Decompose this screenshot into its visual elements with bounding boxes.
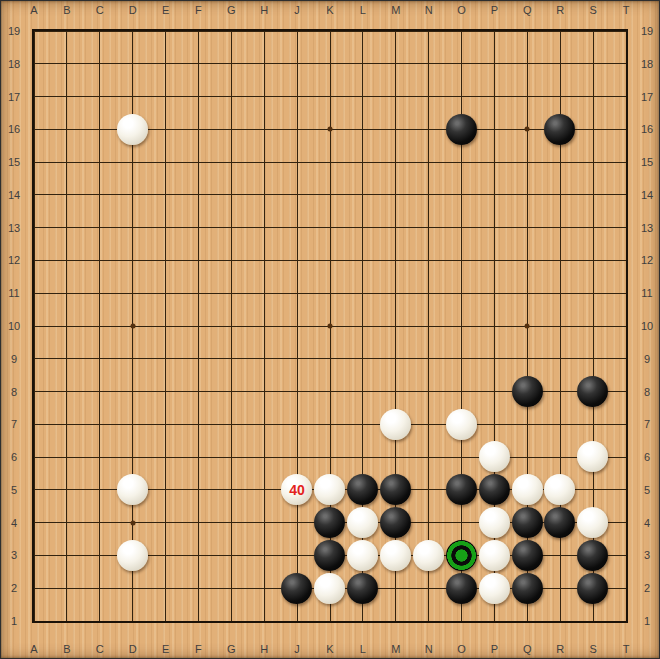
point-j19[interactable] bbox=[281, 15, 314, 48]
point-q17[interactable] bbox=[511, 80, 544, 113]
black-stone-s3[interactable] bbox=[577, 540, 608, 571]
point-k15[interactable] bbox=[313, 146, 346, 179]
point-n19[interactable] bbox=[412, 15, 445, 48]
point-g9[interactable] bbox=[215, 342, 248, 375]
point-g8[interactable] bbox=[215, 375, 248, 408]
point-d5[interactable] bbox=[116, 473, 149, 506]
point-e15[interactable] bbox=[149, 146, 182, 179]
point-o5[interactable] bbox=[445, 473, 478, 506]
point-f11[interactable] bbox=[182, 277, 215, 310]
point-n17[interactable] bbox=[412, 80, 445, 113]
point-h15[interactable] bbox=[248, 146, 281, 179]
point-g15[interactable] bbox=[215, 146, 248, 179]
point-b6[interactable] bbox=[50, 441, 83, 474]
point-l14[interactable] bbox=[346, 178, 379, 211]
point-l16[interactable] bbox=[346, 113, 379, 146]
white-stone-p3[interactable] bbox=[479, 540, 510, 571]
point-g13[interactable] bbox=[215, 211, 248, 244]
white-stone-s6[interactable] bbox=[577, 441, 608, 472]
point-d19[interactable] bbox=[116, 15, 149, 48]
point-k10[interactable] bbox=[313, 310, 346, 343]
point-s13[interactable] bbox=[576, 211, 609, 244]
point-c14[interactable] bbox=[83, 178, 116, 211]
point-k5[interactable] bbox=[313, 473, 346, 506]
point-g7[interactable] bbox=[215, 408, 248, 441]
point-m17[interactable] bbox=[379, 80, 412, 113]
point-g16[interactable] bbox=[215, 113, 248, 146]
point-n9[interactable] bbox=[412, 342, 445, 375]
point-h8[interactable] bbox=[248, 375, 281, 408]
point-h18[interactable] bbox=[248, 47, 281, 80]
point-p4[interactable] bbox=[478, 506, 511, 539]
point-o16[interactable] bbox=[445, 113, 478, 146]
point-t8[interactable] bbox=[609, 375, 642, 408]
point-m6[interactable] bbox=[379, 441, 412, 474]
white-stone-d3[interactable] bbox=[117, 540, 148, 571]
point-a19[interactable] bbox=[18, 15, 51, 48]
point-b19[interactable] bbox=[50, 15, 83, 48]
point-e18[interactable] bbox=[149, 47, 182, 80]
black-stone-s2[interactable] bbox=[577, 573, 608, 604]
point-s17[interactable] bbox=[576, 80, 609, 113]
point-a6[interactable] bbox=[18, 441, 51, 474]
point-k1[interactable] bbox=[313, 604, 346, 637]
point-h10[interactable] bbox=[248, 310, 281, 343]
point-q15[interactable] bbox=[511, 146, 544, 179]
point-q6[interactable] bbox=[511, 441, 544, 474]
point-p2[interactable] bbox=[478, 572, 511, 605]
point-q7[interactable] bbox=[511, 408, 544, 441]
point-g3[interactable] bbox=[215, 539, 248, 572]
point-p17[interactable] bbox=[478, 80, 511, 113]
point-b2[interactable] bbox=[50, 572, 83, 605]
point-p6[interactable] bbox=[478, 441, 511, 474]
black-stone-m4[interactable] bbox=[380, 507, 411, 538]
point-m5[interactable] bbox=[379, 473, 412, 506]
point-t13[interactable] bbox=[609, 211, 642, 244]
point-e2[interactable] bbox=[149, 572, 182, 605]
point-h2[interactable] bbox=[248, 572, 281, 605]
point-c16[interactable] bbox=[83, 113, 116, 146]
point-o10[interactable] bbox=[445, 310, 478, 343]
point-b16[interactable] bbox=[50, 113, 83, 146]
black-stone-s8[interactable] bbox=[577, 376, 608, 407]
point-p9[interactable] bbox=[478, 342, 511, 375]
black-stone-q4[interactable] bbox=[512, 507, 543, 538]
point-t2[interactable] bbox=[609, 572, 642, 605]
point-l15[interactable] bbox=[346, 146, 379, 179]
point-e16[interactable] bbox=[149, 113, 182, 146]
black-stone-q8[interactable] bbox=[512, 376, 543, 407]
point-j2[interactable] bbox=[281, 572, 314, 605]
point-g18[interactable] bbox=[215, 47, 248, 80]
white-stone-d5[interactable] bbox=[117, 474, 148, 505]
point-n1[interactable] bbox=[412, 604, 445, 637]
point-d17[interactable] bbox=[116, 80, 149, 113]
point-b15[interactable] bbox=[50, 146, 83, 179]
point-r6[interactable] bbox=[544, 441, 577, 474]
point-b10[interactable] bbox=[50, 310, 83, 343]
point-q11[interactable] bbox=[511, 277, 544, 310]
point-f17[interactable] bbox=[182, 80, 215, 113]
white-stone-p4[interactable] bbox=[479, 507, 510, 538]
point-k18[interactable] bbox=[313, 47, 346, 80]
point-d9[interactable] bbox=[116, 342, 149, 375]
point-s2[interactable] bbox=[576, 572, 609, 605]
point-t4[interactable] bbox=[609, 506, 642, 539]
point-j16[interactable] bbox=[281, 113, 314, 146]
point-d15[interactable] bbox=[116, 146, 149, 179]
point-a1[interactable] bbox=[18, 604, 51, 637]
point-j8[interactable] bbox=[281, 375, 314, 408]
point-n15[interactable] bbox=[412, 146, 445, 179]
point-c17[interactable] bbox=[83, 80, 116, 113]
point-c5[interactable] bbox=[83, 473, 116, 506]
point-a4[interactable] bbox=[18, 506, 51, 539]
point-c2[interactable] bbox=[83, 572, 116, 605]
point-k19[interactable] bbox=[313, 15, 346, 48]
point-a10[interactable] bbox=[18, 310, 51, 343]
point-t16[interactable] bbox=[609, 113, 642, 146]
point-b4[interactable] bbox=[50, 506, 83, 539]
point-d7[interactable] bbox=[116, 408, 149, 441]
point-a18[interactable] bbox=[18, 47, 51, 80]
point-t5[interactable] bbox=[609, 473, 642, 506]
point-t3[interactable] bbox=[609, 539, 642, 572]
point-l18[interactable] bbox=[346, 47, 379, 80]
white-stone-s4[interactable] bbox=[577, 507, 608, 538]
point-r17[interactable] bbox=[544, 80, 577, 113]
point-h13[interactable] bbox=[248, 211, 281, 244]
point-q8[interactable] bbox=[511, 375, 544, 408]
point-h11[interactable] bbox=[248, 277, 281, 310]
point-h12[interactable] bbox=[248, 244, 281, 277]
point-m19[interactable] bbox=[379, 15, 412, 48]
point-c3[interactable] bbox=[83, 539, 116, 572]
point-m12[interactable] bbox=[379, 244, 412, 277]
point-o18[interactable] bbox=[445, 47, 478, 80]
point-m9[interactable] bbox=[379, 342, 412, 375]
point-f3[interactable] bbox=[182, 539, 215, 572]
point-t11[interactable] bbox=[609, 277, 642, 310]
black-stone-q2[interactable] bbox=[512, 573, 543, 604]
white-stone-k5[interactable] bbox=[314, 474, 345, 505]
point-d12[interactable] bbox=[116, 244, 149, 277]
point-g2[interactable] bbox=[215, 572, 248, 605]
point-s19[interactable] bbox=[576, 15, 609, 48]
point-b14[interactable] bbox=[50, 178, 83, 211]
point-a11[interactable] bbox=[18, 277, 51, 310]
point-n3[interactable] bbox=[412, 539, 445, 572]
point-m7[interactable] bbox=[379, 408, 412, 441]
point-m1[interactable] bbox=[379, 604, 412, 637]
point-n2[interactable] bbox=[412, 572, 445, 605]
point-b17[interactable] bbox=[50, 80, 83, 113]
point-p11[interactable] bbox=[478, 277, 511, 310]
point-t6[interactable] bbox=[609, 441, 642, 474]
point-r19[interactable] bbox=[544, 15, 577, 48]
point-b3[interactable] bbox=[50, 539, 83, 572]
point-r15[interactable] bbox=[544, 146, 577, 179]
point-l7[interactable] bbox=[346, 408, 379, 441]
point-e12[interactable] bbox=[149, 244, 182, 277]
point-f13[interactable] bbox=[182, 211, 215, 244]
point-d4[interactable] bbox=[116, 506, 149, 539]
point-p5[interactable] bbox=[478, 473, 511, 506]
point-e19[interactable] bbox=[149, 15, 182, 48]
point-k14[interactable] bbox=[313, 178, 346, 211]
point-p8[interactable] bbox=[478, 375, 511, 408]
point-q3[interactable] bbox=[511, 539, 544, 572]
point-t10[interactable] bbox=[609, 310, 642, 343]
point-o15[interactable] bbox=[445, 146, 478, 179]
white-stone-p2[interactable] bbox=[479, 573, 510, 604]
black-stone-r4[interactable] bbox=[544, 507, 575, 538]
point-q5[interactable] bbox=[511, 473, 544, 506]
point-c6[interactable] bbox=[83, 441, 116, 474]
point-n6[interactable] bbox=[412, 441, 445, 474]
point-g19[interactable] bbox=[215, 15, 248, 48]
point-n5[interactable] bbox=[412, 473, 445, 506]
black-stone-m5[interactable] bbox=[380, 474, 411, 505]
point-h19[interactable] bbox=[248, 15, 281, 48]
point-o3[interactable] bbox=[445, 539, 478, 572]
point-m14[interactable] bbox=[379, 178, 412, 211]
point-s9[interactable] bbox=[576, 342, 609, 375]
white-stone-n3[interactable] bbox=[413, 540, 444, 571]
point-q16[interactable] bbox=[511, 113, 544, 146]
point-l9[interactable] bbox=[346, 342, 379, 375]
point-j15[interactable] bbox=[281, 146, 314, 179]
point-h14[interactable] bbox=[248, 178, 281, 211]
point-p10[interactable] bbox=[478, 310, 511, 343]
point-o19[interactable] bbox=[445, 15, 478, 48]
point-f14[interactable] bbox=[182, 178, 215, 211]
point-c9[interactable] bbox=[83, 342, 116, 375]
point-c8[interactable] bbox=[83, 375, 116, 408]
point-r14[interactable] bbox=[544, 178, 577, 211]
point-l19[interactable] bbox=[346, 15, 379, 48]
point-b12[interactable] bbox=[50, 244, 83, 277]
point-p3[interactable] bbox=[478, 539, 511, 572]
point-t19[interactable] bbox=[609, 15, 642, 48]
point-h16[interactable] bbox=[248, 113, 281, 146]
point-s6[interactable] bbox=[576, 441, 609, 474]
point-k17[interactable] bbox=[313, 80, 346, 113]
point-m15[interactable] bbox=[379, 146, 412, 179]
point-p7[interactable] bbox=[478, 408, 511, 441]
point-e5[interactable] bbox=[149, 473, 182, 506]
point-t14[interactable] bbox=[609, 178, 642, 211]
white-stone-d16[interactable] bbox=[117, 114, 148, 145]
white-stone-m7[interactable] bbox=[380, 409, 411, 440]
point-j10[interactable] bbox=[281, 310, 314, 343]
point-e13[interactable] bbox=[149, 211, 182, 244]
point-e8[interactable] bbox=[149, 375, 182, 408]
black-stone-k4[interactable] bbox=[314, 507, 345, 538]
point-a3[interactable] bbox=[18, 539, 51, 572]
point-j4[interactable] bbox=[281, 506, 314, 539]
black-stone-k3[interactable] bbox=[314, 540, 345, 571]
point-f18[interactable] bbox=[182, 47, 215, 80]
black-stone-o5[interactable] bbox=[446, 474, 477, 505]
point-m3[interactable] bbox=[379, 539, 412, 572]
point-j12[interactable] bbox=[281, 244, 314, 277]
point-d16[interactable] bbox=[116, 113, 149, 146]
point-g1[interactable] bbox=[215, 604, 248, 637]
point-s3[interactable] bbox=[576, 539, 609, 572]
point-e7[interactable] bbox=[149, 408, 182, 441]
point-f19[interactable] bbox=[182, 15, 215, 48]
point-q19[interactable] bbox=[511, 15, 544, 48]
point-s7[interactable] bbox=[576, 408, 609, 441]
point-h7[interactable] bbox=[248, 408, 281, 441]
point-b18[interactable] bbox=[50, 47, 83, 80]
point-f6[interactable] bbox=[182, 441, 215, 474]
point-k9[interactable] bbox=[313, 342, 346, 375]
point-s15[interactable] bbox=[576, 146, 609, 179]
black-stone-j2[interactable] bbox=[281, 573, 312, 604]
point-e14[interactable] bbox=[149, 178, 182, 211]
point-d2[interactable] bbox=[116, 572, 149, 605]
point-b8[interactable] bbox=[50, 375, 83, 408]
point-p1[interactable] bbox=[478, 604, 511, 637]
point-n16[interactable] bbox=[412, 113, 445, 146]
point-m16[interactable] bbox=[379, 113, 412, 146]
point-c19[interactable] bbox=[83, 15, 116, 48]
point-c15[interactable] bbox=[83, 146, 116, 179]
white-stone-r5[interactable] bbox=[544, 474, 575, 505]
point-j3[interactable] bbox=[281, 539, 314, 572]
point-a15[interactable] bbox=[18, 146, 51, 179]
point-r3[interactable] bbox=[544, 539, 577, 572]
point-a7[interactable] bbox=[18, 408, 51, 441]
point-e17[interactable] bbox=[149, 80, 182, 113]
black-stone-p5[interactable] bbox=[479, 474, 510, 505]
black-stone-l5[interactable] bbox=[347, 474, 378, 505]
point-j1[interactable] bbox=[281, 604, 314, 637]
point-q13[interactable] bbox=[511, 211, 544, 244]
point-k13[interactable] bbox=[313, 211, 346, 244]
point-k4[interactable] bbox=[313, 506, 346, 539]
black-stone-l2[interactable] bbox=[347, 573, 378, 604]
white-stone-l4[interactable] bbox=[347, 507, 378, 538]
point-m18[interactable] bbox=[379, 47, 412, 80]
point-f15[interactable] bbox=[182, 146, 215, 179]
point-o12[interactable] bbox=[445, 244, 478, 277]
point-g12[interactable] bbox=[215, 244, 248, 277]
point-n7[interactable] bbox=[412, 408, 445, 441]
point-r1[interactable] bbox=[544, 604, 577, 637]
point-l8[interactable] bbox=[346, 375, 379, 408]
point-b1[interactable] bbox=[50, 604, 83, 637]
point-m4[interactable] bbox=[379, 506, 412, 539]
point-d8[interactable] bbox=[116, 375, 149, 408]
point-n12[interactable] bbox=[412, 244, 445, 277]
point-b5[interactable] bbox=[50, 473, 83, 506]
point-l17[interactable] bbox=[346, 80, 379, 113]
point-d6[interactable] bbox=[116, 441, 149, 474]
white-stone-q5[interactable] bbox=[512, 474, 543, 505]
point-o6[interactable] bbox=[445, 441, 478, 474]
point-h6[interactable] bbox=[248, 441, 281, 474]
point-f2[interactable] bbox=[182, 572, 215, 605]
point-f7[interactable] bbox=[182, 408, 215, 441]
point-f16[interactable] bbox=[182, 113, 215, 146]
point-q18[interactable] bbox=[511, 47, 544, 80]
point-h4[interactable] bbox=[248, 506, 281, 539]
white-stone-l3[interactable] bbox=[347, 540, 378, 571]
point-k8[interactable] bbox=[313, 375, 346, 408]
point-j18[interactable] bbox=[281, 47, 314, 80]
point-p16[interactable] bbox=[478, 113, 511, 146]
point-s14[interactable] bbox=[576, 178, 609, 211]
last-move-marker-stone-o3[interactable] bbox=[446, 540, 477, 571]
point-d3[interactable] bbox=[116, 539, 149, 572]
point-h1[interactable] bbox=[248, 604, 281, 637]
point-c10[interactable] bbox=[83, 310, 116, 343]
point-l11[interactable] bbox=[346, 277, 379, 310]
point-t17[interactable] bbox=[609, 80, 642, 113]
point-q1[interactable] bbox=[511, 604, 544, 637]
point-j7[interactable] bbox=[281, 408, 314, 441]
point-a13[interactable] bbox=[18, 211, 51, 244]
point-r8[interactable] bbox=[544, 375, 577, 408]
point-b11[interactable] bbox=[50, 277, 83, 310]
black-stone-q3[interactable] bbox=[512, 540, 543, 571]
point-g4[interactable] bbox=[215, 506, 248, 539]
point-c1[interactable] bbox=[83, 604, 116, 637]
point-n18[interactable] bbox=[412, 47, 445, 80]
point-s12[interactable] bbox=[576, 244, 609, 277]
point-o8[interactable] bbox=[445, 375, 478, 408]
point-g10[interactable] bbox=[215, 310, 248, 343]
point-c18[interactable] bbox=[83, 47, 116, 80]
white-stone-o7[interactable] bbox=[446, 409, 477, 440]
point-a12[interactable] bbox=[18, 244, 51, 277]
point-n8[interactable] bbox=[412, 375, 445, 408]
point-c12[interactable] bbox=[83, 244, 116, 277]
point-c4[interactable] bbox=[83, 506, 116, 539]
point-e3[interactable] bbox=[149, 539, 182, 572]
point-f12[interactable] bbox=[182, 244, 215, 277]
point-g14[interactable] bbox=[215, 178, 248, 211]
point-a9[interactable] bbox=[18, 342, 51, 375]
point-m8[interactable] bbox=[379, 375, 412, 408]
point-j11[interactable] bbox=[281, 277, 314, 310]
point-d14[interactable] bbox=[116, 178, 149, 211]
point-f10[interactable] bbox=[182, 310, 215, 343]
point-j9[interactable] bbox=[281, 342, 314, 375]
point-b9[interactable] bbox=[50, 342, 83, 375]
point-p18[interactable] bbox=[478, 47, 511, 80]
point-n4[interactable] bbox=[412, 506, 445, 539]
point-o1[interactable] bbox=[445, 604, 478, 637]
point-o17[interactable] bbox=[445, 80, 478, 113]
point-m2[interactable] bbox=[379, 572, 412, 605]
point-r7[interactable] bbox=[544, 408, 577, 441]
point-j5[interactable]: 40 bbox=[281, 473, 314, 506]
point-b13[interactable] bbox=[50, 211, 83, 244]
point-l12[interactable] bbox=[346, 244, 379, 277]
point-o13[interactable] bbox=[445, 211, 478, 244]
black-stone-o2[interactable] bbox=[446, 573, 477, 604]
point-j13[interactable] bbox=[281, 211, 314, 244]
point-r4[interactable] bbox=[544, 506, 577, 539]
point-p13[interactable] bbox=[478, 211, 511, 244]
point-p12[interactable] bbox=[478, 244, 511, 277]
point-r16[interactable] bbox=[544, 113, 577, 146]
